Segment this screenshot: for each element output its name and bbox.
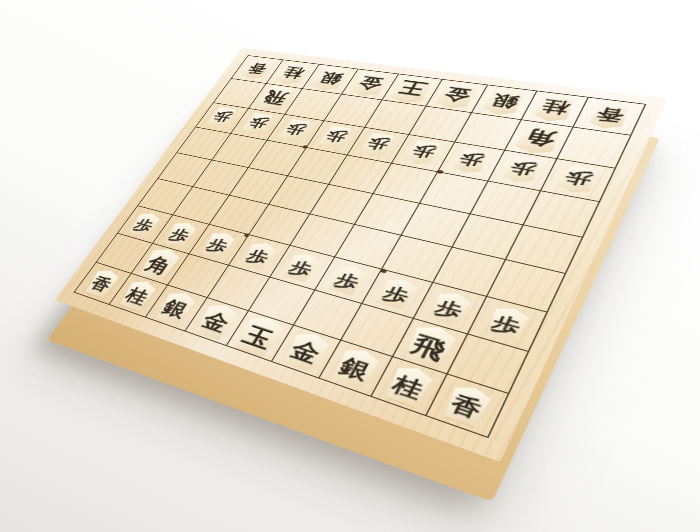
koma-kanji: 香 — [245, 62, 269, 75]
koma-gote-knight[interactable]: 桂 — [529, 94, 581, 124]
koma-kanji: 桂 — [280, 66, 306, 80]
koma-gote-pawn[interactable]: 歩 — [314, 125, 356, 151]
koma-gote-pawn[interactable]: 歩 — [400, 139, 445, 167]
koma-sente-knight[interactable]: 桂 — [379, 362, 438, 409]
koma-gote-pawn[interactable]: 歩 — [448, 147, 495, 176]
koma-kanji: 桂 — [123, 285, 152, 306]
koma-kanji: 銀 — [336, 355, 374, 384]
koma-kanji: 銀 — [488, 92, 521, 110]
koma-kanji: 歩 — [332, 271, 362, 292]
koma-gote-pawn[interactable]: 歩 — [275, 118, 315, 143]
koma-gote-pawn[interactable]: 歩 — [552, 164, 603, 196]
koma-kanji: 歩 — [489, 313, 524, 338]
koma-gote-pawn[interactable]: 歩 — [498, 155, 547, 185]
koma-gote-lance[interactable]: 香 — [583, 101, 635, 131]
koma-kanji: 歩 — [562, 169, 595, 188]
koma-sente-pawn[interactable]: 歩 — [480, 303, 535, 343]
koma-gote-pawn[interactable]: 歩 — [238, 112, 277, 136]
koma-gote-pawn[interactable]: 歩 — [356, 132, 399, 159]
koma-kanji: 歩 — [204, 236, 231, 254]
shogi-board: 香桂銀金王金銀桂香飛角歩歩歩歩歩歩歩歩歩歩歩歩歩歩歩歩歩歩角飛香桂銀金玉金銀桂香 — [55, 48, 668, 462]
koma-kanji: 歩 — [457, 151, 487, 168]
koma-sente-pawn[interactable]: 歩 — [424, 289, 476, 327]
koma-kanji: 桂 — [389, 373, 427, 402]
koma-kanji: 金 — [199, 310, 233, 335]
koma-kanji: 歩 — [508, 160, 539, 178]
koma-kanji: 桂 — [539, 98, 572, 116]
koma-kanji: 歩 — [433, 298, 466, 321]
koma-kanji: 銀 — [317, 70, 346, 85]
koma-kanji: 歩 — [132, 217, 157, 234]
koma-kanji: 王 — [396, 79, 430, 97]
koma-kanji: 角 — [143, 254, 175, 277]
koma-kanji: 歩 — [365, 136, 392, 152]
photo-background: 香桂銀金王金銀桂香飛角歩歩歩歩歩歩歩歩歩歩歩歩歩歩歩歩歩歩角飛香桂銀金玉金銀桂香 — [0, 0, 700, 532]
koma-sente-pawn[interactable]: 歩 — [198, 229, 240, 259]
koma-kanji: 香 — [447, 392, 485, 421]
koma-kanji: 歩 — [167, 226, 193, 244]
koma-kanji: 玉 — [240, 323, 278, 352]
koma-kanji: 金 — [441, 85, 474, 103]
koma-kanji: 歩 — [244, 247, 272, 266]
koma-kanji: 歩 — [323, 129, 349, 144]
koma-kanji: 香 — [88, 274, 114, 294]
koma-kanji: 歩 — [211, 110, 235, 124]
koma-kanji: 銀 — [159, 297, 190, 321]
koma-kanji: 香 — [593, 106, 626, 124]
koma-sente-pawn[interactable]: 歩 — [372, 275, 422, 311]
koma-kanji: 歩 — [287, 259, 316, 279]
koma-sente-lance[interactable]: 香 — [438, 381, 498, 429]
koma-kanji: 金 — [286, 339, 323, 367]
koma-sente-pawn[interactable]: 歩 — [237, 240, 281, 272]
koma-kanji: 金 — [355, 75, 386, 92]
koma-gote-silver[interactable]: 銀 — [478, 87, 531, 117]
koma-kanji: 歩 — [246, 116, 270, 130]
koma-kanji: 角 — [521, 127, 559, 148]
koma-sente-pawn[interactable]: 歩 — [279, 251, 325, 284]
koma-kanji: 飛 — [261, 89, 291, 106]
koma-kanji: 歩 — [381, 284, 413, 306]
koma-kanji: 歩 — [409, 143, 437, 160]
koma-sente-pawn[interactable]: 歩 — [324, 263, 372, 298]
koma-kanji: 飛 — [408, 332, 450, 363]
koma-kanji: 歩 — [283, 122, 308, 137]
